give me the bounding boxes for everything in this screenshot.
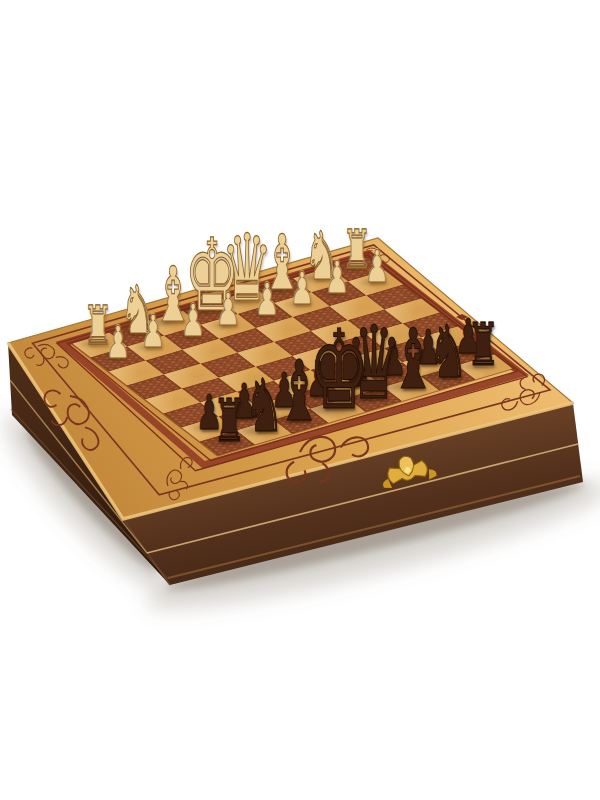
chess-set-product-photo: ♜♞♝♚♛♝♞♜♟♟♟♟♟♟♟♟♟♟♟♟♟♟♟♟♜♞♝♚♛♝♞♜: [0, 0, 600, 800]
